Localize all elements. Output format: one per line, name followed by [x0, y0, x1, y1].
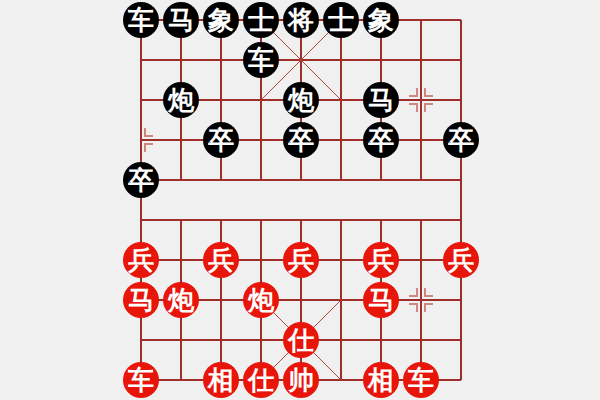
board-point[interactable]: [121, 200, 161, 240]
red-chariot[interactable]: 车: [123, 362, 159, 398]
board-point[interactable]: [441, 160, 481, 200]
board-point[interactable]: [321, 200, 361, 240]
board-point[interactable]: 车: [121, 0, 161, 40]
board-point[interactable]: 象: [361, 0, 401, 40]
board-point[interactable]: 将: [281, 0, 321, 40]
board-point[interactable]: [441, 0, 481, 40]
black-general[interactable]: 将: [283, 2, 319, 38]
red-chariot[interactable]: 车: [403, 362, 439, 398]
board-point[interactable]: [361, 320, 401, 360]
black-cannon[interactable]: 炮: [163, 82, 199, 118]
board-point[interactable]: [241, 120, 281, 160]
black-chariot[interactable]: 车: [243, 42, 279, 78]
red-cannon[interactable]: 炮: [163, 282, 199, 318]
board-point[interactable]: 卒: [201, 120, 241, 160]
board-point[interactable]: 士: [241, 0, 281, 40]
board-point[interactable]: [201, 280, 241, 320]
board-point[interactable]: [321, 320, 361, 360]
board-point[interactable]: [281, 40, 321, 80]
black-advisor[interactable]: 士: [323, 2, 359, 38]
board-point[interactable]: [121, 320, 161, 360]
board-point[interactable]: [441, 320, 481, 360]
board-point[interactable]: [121, 80, 161, 120]
board-point[interactable]: [321, 40, 361, 80]
red-cannon[interactable]: 炮: [243, 282, 279, 318]
board-point[interactable]: 卒: [281, 120, 321, 160]
board-point[interactable]: [401, 240, 441, 280]
board-point[interactable]: [321, 160, 361, 200]
board-point[interactable]: 马: [361, 80, 401, 120]
board-point[interactable]: [361, 200, 401, 240]
board-point[interactable]: 仕: [241, 360, 281, 400]
board-point[interactable]: 炮: [161, 80, 201, 120]
board-point[interactable]: 马: [161, 0, 201, 40]
black-soldier[interactable]: 卒: [203, 122, 239, 158]
board-point[interactable]: [441, 280, 481, 320]
black-elephant[interactable]: 象: [203, 2, 239, 38]
red-horse[interactable]: 马: [123, 282, 159, 318]
board-point[interactable]: [121, 40, 161, 80]
board-point[interactable]: [401, 80, 441, 120]
red-soldier[interactable]: 兵: [203, 242, 239, 278]
board-point[interactable]: [401, 40, 441, 80]
black-horse[interactable]: 马: [163, 2, 199, 38]
red-soldier[interactable]: 兵: [363, 242, 399, 278]
board-point[interactable]: 兵: [201, 240, 241, 280]
board-point[interactable]: [161, 120, 201, 160]
board-point[interactable]: [401, 160, 441, 200]
board-point[interactable]: [161, 160, 201, 200]
board-point[interactable]: [321, 120, 361, 160]
board-point[interactable]: 兵: [121, 240, 161, 280]
board-point[interactable]: [281, 280, 321, 320]
board-point[interactable]: [401, 200, 441, 240]
board-point[interactable]: [161, 360, 201, 400]
board-point[interactable]: 马: [361, 280, 401, 320]
board-point[interactable]: 兵: [281, 240, 321, 280]
board-point[interactable]: [441, 360, 481, 400]
red-elephant[interactable]: 相: [363, 362, 399, 398]
board-point[interactable]: [361, 40, 401, 80]
red-soldier[interactable]: 兵: [283, 242, 319, 278]
board-point[interactable]: [401, 120, 441, 160]
red-soldier[interactable]: 兵: [123, 242, 159, 278]
black-advisor[interactable]: 士: [243, 2, 279, 38]
board-point[interactable]: [201, 160, 241, 200]
board-point[interactable]: [201, 200, 241, 240]
black-cannon[interactable]: 炮: [283, 82, 319, 118]
board-point[interactable]: [241, 240, 281, 280]
board-point[interactable]: 相: [201, 360, 241, 400]
board-point[interactable]: [321, 280, 361, 320]
board-point[interactable]: 卒: [121, 160, 161, 200]
board-point[interactable]: [201, 80, 241, 120]
board-point[interactable]: [401, 280, 441, 320]
black-soldier[interactable]: 卒: [123, 162, 159, 198]
red-elephant[interactable]: 相: [203, 362, 239, 398]
board-point[interactable]: 士: [321, 0, 361, 40]
black-chariot[interactable]: 车: [123, 2, 159, 38]
board-point[interactable]: [441, 40, 481, 80]
xiangqi-board: 车马象士将士象车炮炮马卒卒卒卒卒兵兵兵兵兵马炮炮马仕车相仕帅相车: [0, 0, 600, 400]
board-point[interactable]: [161, 240, 201, 280]
red-horse[interactable]: 马: [363, 282, 399, 318]
board-point[interactable]: [241, 320, 281, 360]
board-point[interactable]: [321, 80, 361, 120]
board-point[interactable]: [201, 320, 241, 360]
board-point[interactable]: [161, 200, 201, 240]
board-point[interactable]: [441, 200, 481, 240]
board-point[interactable]: 相: [361, 360, 401, 400]
board-point[interactable]: [321, 240, 361, 280]
board-point[interactable]: [441, 80, 481, 120]
board-point[interactable]: [121, 120, 161, 160]
red-advisor[interactable]: 仕: [283, 322, 319, 358]
board-point[interactable]: 马: [121, 280, 161, 320]
board-point[interactable]: [401, 0, 441, 40]
red-advisor[interactable]: 仕: [243, 362, 279, 398]
black-soldier[interactable]: 卒: [363, 122, 399, 158]
board-grid: 车马象士将士象车炮炮马卒卒卒卒卒兵兵兵兵兵马炮炮马仕车相仕帅相车: [121, 0, 481, 400]
board-point[interactable]: [281, 200, 321, 240]
red-general[interactable]: 帅: [283, 362, 319, 398]
board-point[interactable]: [201, 40, 241, 80]
board-point[interactable]: 象: [201, 0, 241, 40]
board-point[interactable]: [161, 40, 201, 80]
board-point[interactable]: 车: [401, 360, 441, 400]
board-point[interactable]: 车: [121, 360, 161, 400]
board-point[interactable]: 炮: [161, 280, 201, 320]
board-point[interactable]: 帅: [281, 360, 321, 400]
board-point[interactable]: [241, 160, 281, 200]
board-point[interactable]: 车: [241, 40, 281, 80]
board-point[interactable]: 卒: [361, 120, 401, 160]
board-point[interactable]: 卒: [441, 120, 481, 160]
black-horse[interactable]: 马: [363, 82, 399, 118]
board-point[interactable]: [321, 360, 361, 400]
black-elephant[interactable]: 象: [363, 2, 399, 38]
black-soldier[interactable]: 卒: [283, 122, 319, 158]
board-point[interactable]: [241, 80, 281, 120]
board-point[interactable]: 炮: [241, 280, 281, 320]
board-point[interactable]: 仕: [281, 320, 321, 360]
board-point[interactable]: [401, 320, 441, 360]
board-point[interactable]: 兵: [361, 240, 401, 280]
board-point[interactable]: 兵: [441, 240, 481, 280]
board-point[interactable]: 炮: [281, 80, 321, 120]
board-point[interactable]: [161, 320, 201, 360]
red-soldier[interactable]: 兵: [443, 242, 479, 278]
board-point[interactable]: [241, 200, 281, 240]
board-point[interactable]: [361, 160, 401, 200]
black-soldier[interactable]: 卒: [443, 122, 479, 158]
board-point[interactable]: [281, 160, 321, 200]
